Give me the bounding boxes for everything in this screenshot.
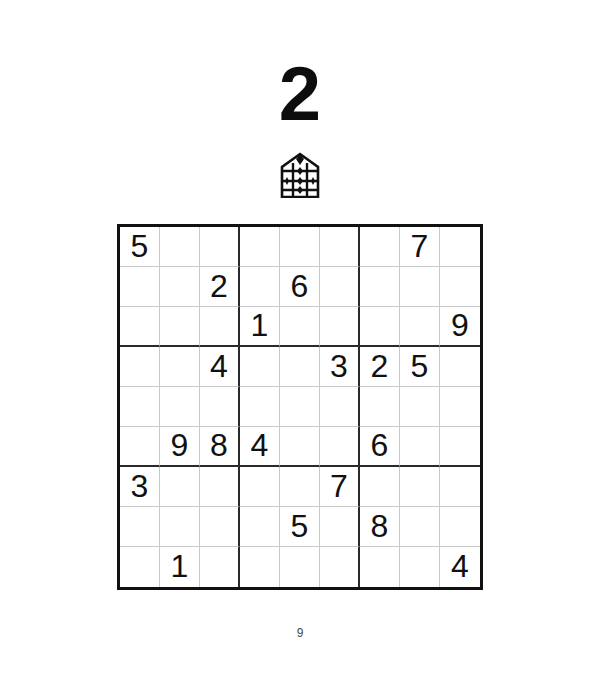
cell-r6c4: 4 — [240, 427, 280, 467]
cell-r1c8: 7 — [400, 227, 440, 267]
cell-r4c6: 3 — [320, 347, 360, 387]
cell-r6c7: 6 — [360, 427, 400, 467]
cell-r3c1[interactable] — [120, 307, 160, 347]
cell-r7c5[interactable] — [280, 467, 320, 507]
cell-r7c8[interactable] — [400, 467, 440, 507]
cell-r9c6[interactable] — [320, 547, 360, 587]
pencil-grid-icon — [279, 152, 321, 198]
cell-r1c9[interactable] — [440, 227, 480, 267]
cell-r1c7[interactable] — [360, 227, 400, 267]
cell-r7c4[interactable] — [240, 467, 280, 507]
cell-r3c2[interactable] — [160, 307, 200, 347]
cell-r4c4[interactable] — [240, 347, 280, 387]
cell-r3c7[interactable] — [360, 307, 400, 347]
cell-r5c9[interactable] — [440, 387, 480, 427]
cell-r2c4[interactable] — [240, 267, 280, 307]
cell-r7c7[interactable] — [360, 467, 400, 507]
cell-r3c6[interactable] — [320, 307, 360, 347]
cell-r7c2[interactable] — [160, 467, 200, 507]
cell-r5c1[interactable] — [120, 387, 160, 427]
cell-r4c8: 5 — [400, 347, 440, 387]
logo-row — [0, 152, 600, 198]
cell-r6c2: 9 — [160, 427, 200, 467]
cell-r9c2: 1 — [160, 547, 200, 587]
cell-r8c2[interactable] — [160, 507, 200, 547]
cell-r1c6[interactable] — [320, 227, 360, 267]
cell-r4c1[interactable] — [120, 347, 160, 387]
puzzle-page: 2 572619 — [0, 0, 600, 695]
cell-r3c5[interactable] — [280, 307, 320, 347]
page-number: 9 — [0, 626, 600, 640]
cell-r8c3[interactable] — [200, 507, 240, 547]
cell-r3c9: 9 — [440, 307, 480, 347]
cell-r9c5[interactable] — [280, 547, 320, 587]
cell-r9c3[interactable] — [200, 547, 240, 587]
cell-r5c6[interactable] — [320, 387, 360, 427]
cell-r7c1: 3 — [120, 467, 160, 507]
cell-r2c8[interactable] — [400, 267, 440, 307]
cell-r5c8[interactable] — [400, 387, 440, 427]
cell-r1c4[interactable] — [240, 227, 280, 267]
cell-r6c3: 8 — [200, 427, 240, 467]
cell-r4c9[interactable] — [440, 347, 480, 387]
cell-r2c9[interactable] — [440, 267, 480, 307]
cell-r5c2[interactable] — [160, 387, 200, 427]
cell-r4c2[interactable] — [160, 347, 200, 387]
cell-r3c3[interactable] — [200, 307, 240, 347]
cell-r6c5[interactable] — [280, 427, 320, 467]
board-area: 57261943259846375814 — [0, 224, 600, 590]
cell-r6c9[interactable] — [440, 427, 480, 467]
cell-r7c6: 7 — [320, 467, 360, 507]
cell-r8c6[interactable] — [320, 507, 360, 547]
cell-r4c7: 2 — [360, 347, 400, 387]
cell-r1c1: 5 — [120, 227, 160, 267]
cell-r1c2[interactable] — [160, 227, 200, 267]
sudoku-board: 57261943259846375814 — [117, 224, 483, 590]
cell-r2c3: 2 — [200, 267, 240, 307]
cell-r2c6[interactable] — [320, 267, 360, 307]
cell-r5c7[interactable] — [360, 387, 400, 427]
cell-r8c5: 5 — [280, 507, 320, 547]
cell-r8c1[interactable] — [120, 507, 160, 547]
cell-r5c3[interactable] — [200, 387, 240, 427]
cell-r2c1[interactable] — [120, 267, 160, 307]
cell-r9c4[interactable] — [240, 547, 280, 587]
cell-r3c4: 1 — [240, 307, 280, 347]
cell-r3c8[interactable] — [400, 307, 440, 347]
cell-r1c3[interactable] — [200, 227, 240, 267]
cell-r8c8[interactable] — [400, 507, 440, 547]
cell-r6c8[interactable] — [400, 427, 440, 467]
cell-r7c9[interactable] — [440, 467, 480, 507]
cell-r9c8[interactable] — [400, 547, 440, 587]
cell-r6c6[interactable] — [320, 427, 360, 467]
cell-r1c5[interactable] — [280, 227, 320, 267]
cell-r2c2[interactable] — [160, 267, 200, 307]
cell-r8c7: 8 — [360, 507, 400, 547]
cell-r4c5[interactable] — [280, 347, 320, 387]
cell-r8c9[interactable] — [440, 507, 480, 547]
cell-r2c7[interactable] — [360, 267, 400, 307]
cell-r5c5[interactable] — [280, 387, 320, 427]
cell-r9c9: 4 — [440, 547, 480, 587]
puzzle-number-title: 2 — [0, 0, 600, 132]
cell-r6c1[interactable] — [120, 427, 160, 467]
cell-r4c3: 4 — [200, 347, 240, 387]
cell-r9c1[interactable] — [120, 547, 160, 587]
cell-r5c4[interactable] — [240, 387, 280, 427]
cell-r7c3[interactable] — [200, 467, 240, 507]
cell-r2c5: 6 — [280, 267, 320, 307]
cell-r9c7[interactable] — [360, 547, 400, 587]
cell-r8c4[interactable] — [240, 507, 280, 547]
